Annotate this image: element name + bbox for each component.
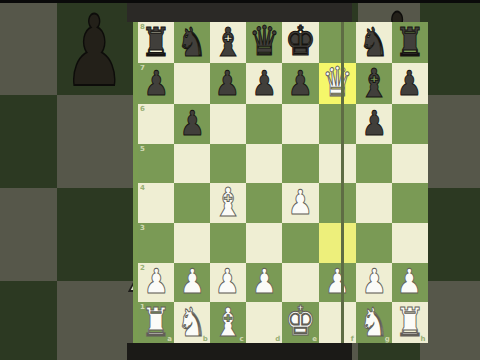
square-b5[interactable] <box>174 144 210 184</box>
square-f2[interactable]: ♟ <box>319 263 356 303</box>
white-rook[interactable]: ♜ <box>141 302 171 342</box>
chess-board: 8♜♞♝♛♚♞♜7♟♟♟♟♛♝♟6♟♟54♝♟32♟♟♟♟♟♟♟1a♜b♞c♝d… <box>138 22 341 343</box>
background-square <box>0 3 57 95</box>
white-pawn[interactable]: ♟ <box>179 264 205 298</box>
white-knight[interactable]: ♞ <box>359 302 389 342</box>
square-b8[interactable]: ♞ <box>174 22 210 63</box>
square-c3[interactable] <box>210 223 246 263</box>
square-g6[interactable]: ♟ <box>356 104 392 144</box>
square-d7[interactable]: ♟ <box>246 63 283 104</box>
square-b1[interactable]: b♞ <box>174 302 210 343</box>
square-h1[interactable]: h♜ <box>392 302 428 343</box>
video-frame: ♟ ♟ ♝ 8♜♞♝♛♚♞♜7♟♟♟♟♛♝♟6♟♟54♝♟32♟♟♟♟♟♟♟1a… <box>0 0 480 360</box>
square-h2[interactable]: ♟ <box>392 263 428 303</box>
black-queen[interactable]: ♛ <box>249 21 280 62</box>
square-a5[interactable]: 5 <box>138 144 174 184</box>
square-c7[interactable]: ♟ <box>210 63 246 104</box>
square-e7[interactable]: ♟ <box>282 63 319 104</box>
background-square <box>420 281 480 360</box>
board-right-edge <box>341 22 344 343</box>
coordinate-rank-3: 3 <box>140 224 145 232</box>
square-d4[interactable] <box>246 183 283 223</box>
white-pawn[interactable]: ♟ <box>251 264 277 298</box>
white-pawn[interactable]: ♟ <box>143 264 169 298</box>
square-f8[interactable] <box>319 22 356 63</box>
square-h7[interactable]: ♟ <box>392 63 428 104</box>
square-g5[interactable] <box>356 144 392 184</box>
square-g8[interactable]: ♞ <box>356 22 392 63</box>
background-black-pawn-left-icon: ♟ <box>64 2 113 100</box>
square-h4[interactable] <box>392 183 428 223</box>
square-g3[interactable] <box>356 223 392 263</box>
square-d1[interactable]: d <box>246 302 283 343</box>
square-c5[interactable] <box>210 144 246 184</box>
black-pawn[interactable]: ♟ <box>143 66 169 100</box>
black-knight[interactable]: ♞ <box>177 22 207 62</box>
white-king[interactable]: ♚ <box>285 301 316 342</box>
coordinate-file-f: f <box>351 335 354 343</box>
background-square <box>124 95 133 188</box>
square-h6[interactable] <box>392 104 428 144</box>
black-knight[interactable]: ♞ <box>359 22 389 62</box>
white-bishop[interactable]: ♝ <box>213 182 243 222</box>
square-a2[interactable]: 2♟ <box>138 263 174 303</box>
coordinate-file-d: d <box>275 335 280 343</box>
white-bishop[interactable]: ♝ <box>213 302 243 342</box>
black-pawn[interactable]: ♟ <box>288 66 314 100</box>
square-c4[interactable]: ♝ <box>210 183 246 223</box>
square-h3[interactable] <box>392 223 428 263</box>
square-b3[interactable] <box>174 223 210 263</box>
black-rook[interactable]: ♜ <box>141 22 171 62</box>
black-king[interactable]: ♚ <box>285 21 316 62</box>
square-h5[interactable] <box>392 144 428 184</box>
square-h8[interactable]: ♜ <box>392 22 428 63</box>
black-bishop[interactable]: ♝ <box>359 63 389 103</box>
square-e4[interactable]: ♟ <box>282 183 319 223</box>
square-e3[interactable] <box>282 223 319 263</box>
square-g7[interactable]: ♝ <box>356 63 392 104</box>
square-f3[interactable] <box>319 223 356 263</box>
square-c6[interactable] <box>210 104 246 144</box>
white-pawn[interactable]: ♟ <box>288 185 314 219</box>
square-g1[interactable]: g♞ <box>356 302 392 343</box>
background-square <box>420 188 480 281</box>
black-pawn[interactable]: ♟ <box>361 106 387 140</box>
square-a7[interactable]: 7♟ <box>138 63 174 104</box>
background-square <box>57 95 124 188</box>
white-pawn[interactable]: ♟ <box>397 264 423 298</box>
white-pawn[interactable]: ♟ <box>361 264 387 298</box>
white-rook[interactable]: ♜ <box>395 302 425 342</box>
white-pawn[interactable]: ♟ <box>215 264 241 298</box>
coordinate-rank-6: 6 <box>140 105 145 113</box>
background-square <box>0 95 57 188</box>
square-a3[interactable]: 3 <box>138 223 174 263</box>
square-f5[interactable] <box>319 144 356 184</box>
square-f4[interactable] <box>319 183 356 223</box>
coordinate-rank-4: 4 <box>140 184 145 192</box>
bottom-band <box>127 343 352 360</box>
square-b4[interactable] <box>174 183 210 223</box>
square-c1[interactable]: c♝ <box>210 302 246 343</box>
square-f6[interactable] <box>319 104 356 144</box>
top-band <box>127 3 352 22</box>
square-e5[interactable] <box>282 144 319 184</box>
square-d5[interactable] <box>246 144 283 184</box>
square-g4[interactable] <box>356 183 392 223</box>
square-c2[interactable]: ♟ <box>210 263 246 303</box>
black-pawn[interactable]: ♟ <box>179 106 205 140</box>
background-square <box>0 188 57 281</box>
square-e1[interactable]: e♚ <box>282 302 319 343</box>
background-square <box>0 281 57 360</box>
square-d8[interactable]: ♛ <box>246 22 283 63</box>
black-rook[interactable]: ♜ <box>395 22 425 62</box>
square-d3[interactable] <box>246 223 283 263</box>
square-f7[interactable]: ♛ <box>319 63 356 104</box>
white-pawn[interactable]: ♟ <box>325 264 351 298</box>
square-e6[interactable] <box>282 104 319 144</box>
white-knight[interactable]: ♞ <box>177 302 207 342</box>
black-pawn[interactable]: ♟ <box>397 66 423 100</box>
black-pawn[interactable]: ♟ <box>251 66 277 100</box>
black-bishop[interactable]: ♝ <box>213 22 243 62</box>
square-a1[interactable]: 1a♜ <box>138 302 174 343</box>
board-left-edge <box>133 22 138 343</box>
background-square <box>420 3 480 95</box>
square-e8[interactable]: ♚ <box>282 22 319 63</box>
square-b2[interactable]: ♟ <box>174 263 210 303</box>
coordinate-rank-5: 5 <box>140 145 145 153</box>
square-f1[interactable]: f <box>319 302 356 343</box>
square-b7[interactable] <box>174 63 210 104</box>
square-a8[interactable]: 8♜ <box>138 22 174 63</box>
square-a6[interactable]: 6 <box>138 104 174 144</box>
square-g2[interactable]: ♟ <box>356 263 392 303</box>
square-d2[interactable]: ♟ <box>246 263 283 303</box>
black-pawn[interactable]: ♟ <box>215 66 241 100</box>
square-d6[interactable] <box>246 104 283 144</box>
square-c8[interactable]: ♝ <box>210 22 246 63</box>
background-square <box>420 95 480 188</box>
square-b6[interactable]: ♟ <box>174 104 210 144</box>
square-a4[interactable]: 4 <box>138 183 174 223</box>
white-queen[interactable]: ♛ <box>322 62 353 103</box>
